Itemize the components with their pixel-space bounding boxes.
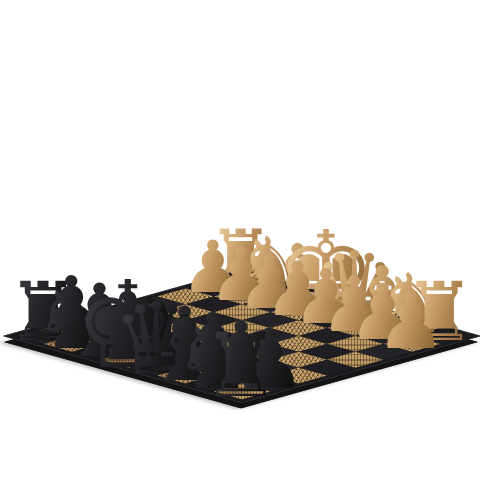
chess-board xyxy=(3,269,480,403)
product-photo-scene: ♜♟♞♟♝♟♚♟♛♟♝♟♟♞♜♟♟♜♞♟♟♝♟♚♟♛♟♝♟♞♟♜ xyxy=(0,0,480,480)
